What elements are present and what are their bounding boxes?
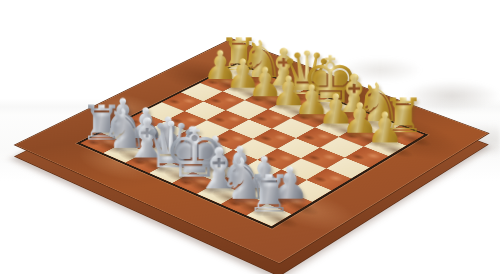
chess-set-product-photo: ♜♞♝♛♚♝♞♜♟♟♟♟♟♟♟♟♟♟♟♟♟♟♟♟♜♞♝♛♚♝♞♜ [0,0,500,274]
black-pawn-glyph: ♟ [366,107,404,149]
white-rook-glyph: ♜ [246,167,292,219]
perspective-stage: ♜♞♝♛♚♝♞♜♟♟♟♟♟♟♟♟♟♟♟♟♟♟♟♟♜♞♝♛♚♝♞♜ [0,0,500,274]
chess-board: ♜♞♝♛♚♝♞♜♟♟♟♟♟♟♟♟♟♟♟♟♟♟♟♟♜♞♝♛♚♝♞♜ [14,38,490,264]
